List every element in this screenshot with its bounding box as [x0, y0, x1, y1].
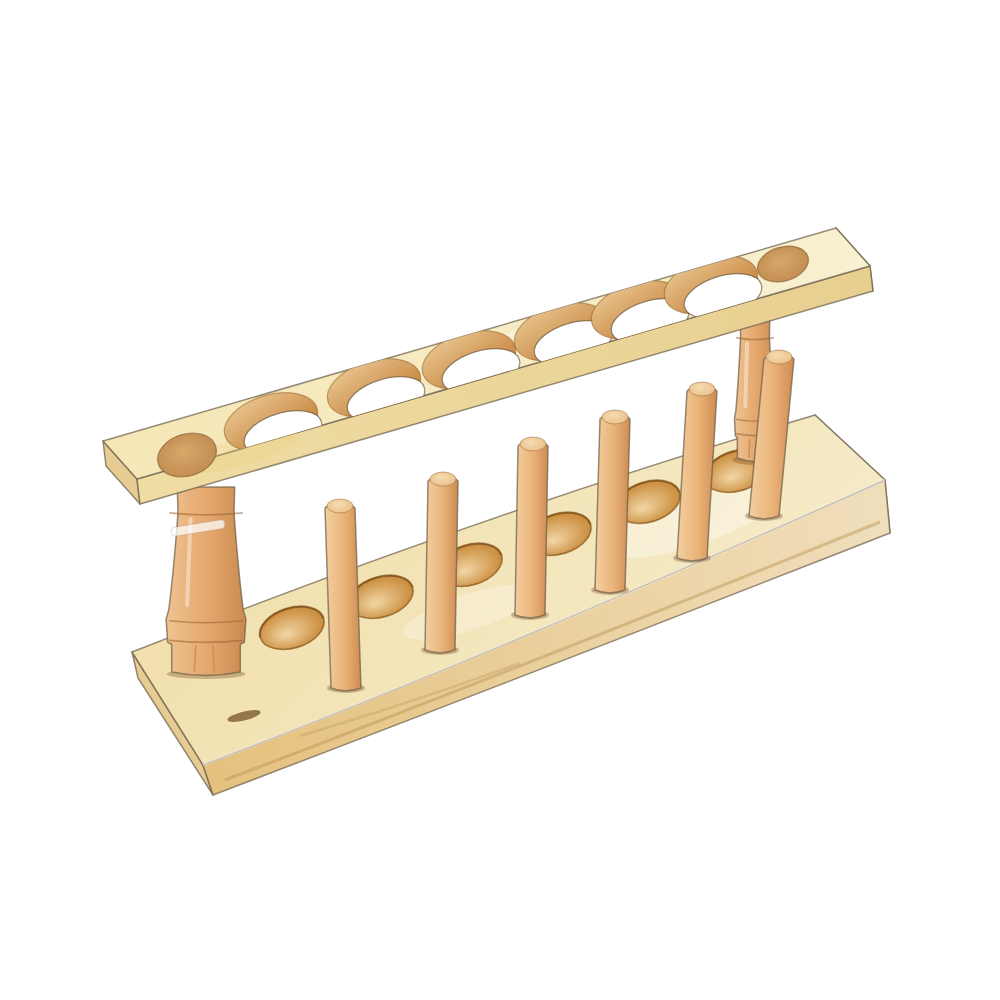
peg-top-dome	[602, 410, 628, 424]
peg-top-dome	[520, 437, 546, 451]
peg-top-dome	[766, 350, 792, 364]
product-photo-canvas	[0, 0, 1000, 1000]
post-foot-facet	[749, 439, 750, 458]
wooden-test-tube-rack	[0, 0, 1000, 1000]
left-support-post	[166, 487, 246, 679]
post-highlight	[745, 344, 747, 407]
peg-top-dome	[327, 499, 353, 513]
peg-body	[515, 439, 548, 619]
peg-body	[595, 412, 630, 594]
peg-body	[425, 474, 458, 654]
peg-top-dome	[430, 472, 456, 486]
peg-top-dome	[689, 382, 715, 396]
peg-body	[325, 501, 361, 692]
